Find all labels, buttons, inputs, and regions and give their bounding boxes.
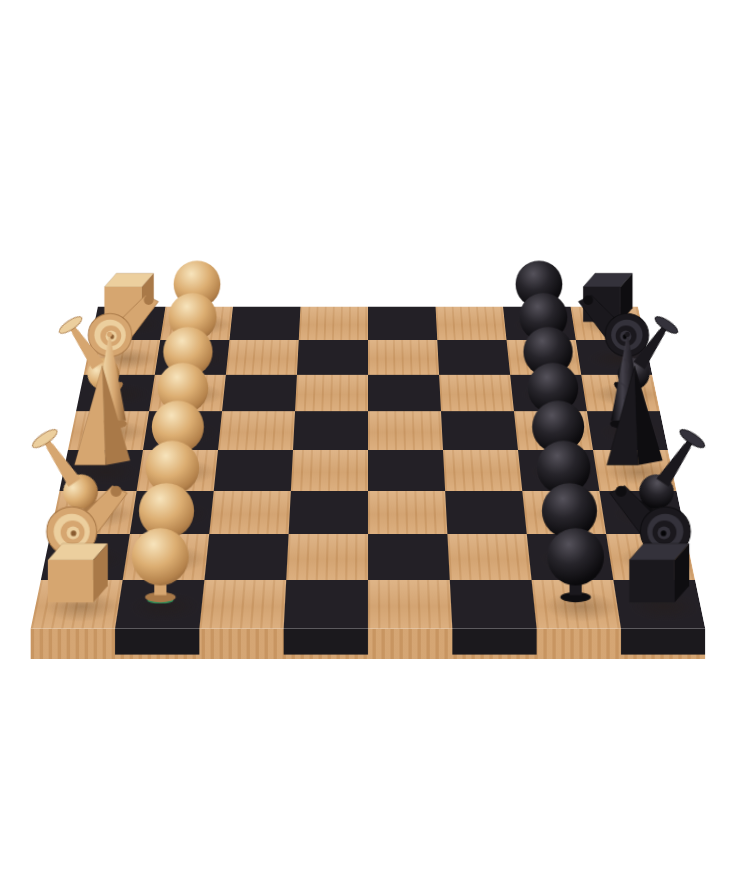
board-front-edge-cell — [452, 629, 536, 659]
square-h6[interactable] — [450, 580, 537, 629]
square-e3[interactable] — [214, 450, 293, 491]
piece-anchor-h8 — [613, 580, 705, 629]
square-h4[interactable] — [284, 580, 368, 629]
board-front-edge-cell — [31, 629, 115, 659]
square-b3[interactable] — [226, 340, 299, 375]
square-d3[interactable] — [218, 411, 295, 450]
white-pawn-h2[interactable] — [130, 524, 191, 604]
square-c5[interactable] — [368, 375, 441, 412]
square-e6[interactable] — [443, 450, 522, 491]
square-d4[interactable] — [293, 411, 368, 450]
edge-dark-wrap — [621, 629, 705, 655]
square-c6[interactable] — [439, 375, 514, 412]
black-rook-h8[interactable] — [623, 538, 694, 604]
board-front-edge-cell — [115, 629, 199, 659]
square-g4[interactable] — [286, 534, 368, 580]
board-front-edge — [31, 629, 706, 659]
board-front-edge-cell — [284, 629, 368, 659]
square-f4[interactable] — [289, 491, 368, 534]
square-g6[interactable] — [447, 534, 531, 580]
edge-dark-wrap — [452, 629, 536, 655]
square-g3[interactable] — [204, 534, 288, 580]
square-a5[interactable] — [368, 307, 437, 340]
square-g5[interactable] — [368, 534, 450, 580]
black-pawn-h7[interactable] — [545, 524, 606, 604]
square-h5[interactable] — [368, 580, 452, 629]
chess-board — [31, 307, 706, 629]
square-c4[interactable] — [295, 375, 368, 412]
square-a6[interactable] — [436, 307, 507, 340]
board-front-edge-cell — [621, 629, 705, 659]
square-c3[interactable] — [222, 375, 297, 412]
square-f6[interactable] — [445, 491, 527, 534]
piece-anchor-h1 — [31, 580, 123, 629]
product-photo-scene — [0, 0, 736, 883]
square-f5[interactable] — [368, 491, 447, 534]
square-b4[interactable] — [297, 340, 368, 375]
square-b5[interactable] — [368, 340, 439, 375]
square-b6[interactable] — [437, 340, 510, 375]
edge-dark-wrap — [284, 629, 368, 655]
board-front-edge-cell — [537, 629, 621, 659]
white-rook-h1[interactable] — [42, 538, 113, 604]
square-a4[interactable] — [299, 307, 368, 340]
square-d5[interactable] — [368, 411, 443, 450]
edge-dark-wrap — [115, 629, 199, 655]
square-h3[interactable] — [199, 580, 286, 629]
square-f3[interactable] — [209, 491, 291, 534]
square-e4[interactable] — [291, 450, 368, 491]
square-a3[interactable] — [229, 307, 300, 340]
square-e5[interactable] — [368, 450, 445, 491]
square-d6[interactable] — [441, 411, 518, 450]
board-front-edge-cell — [199, 629, 283, 659]
board-front-edge-cell — [368, 629, 452, 659]
